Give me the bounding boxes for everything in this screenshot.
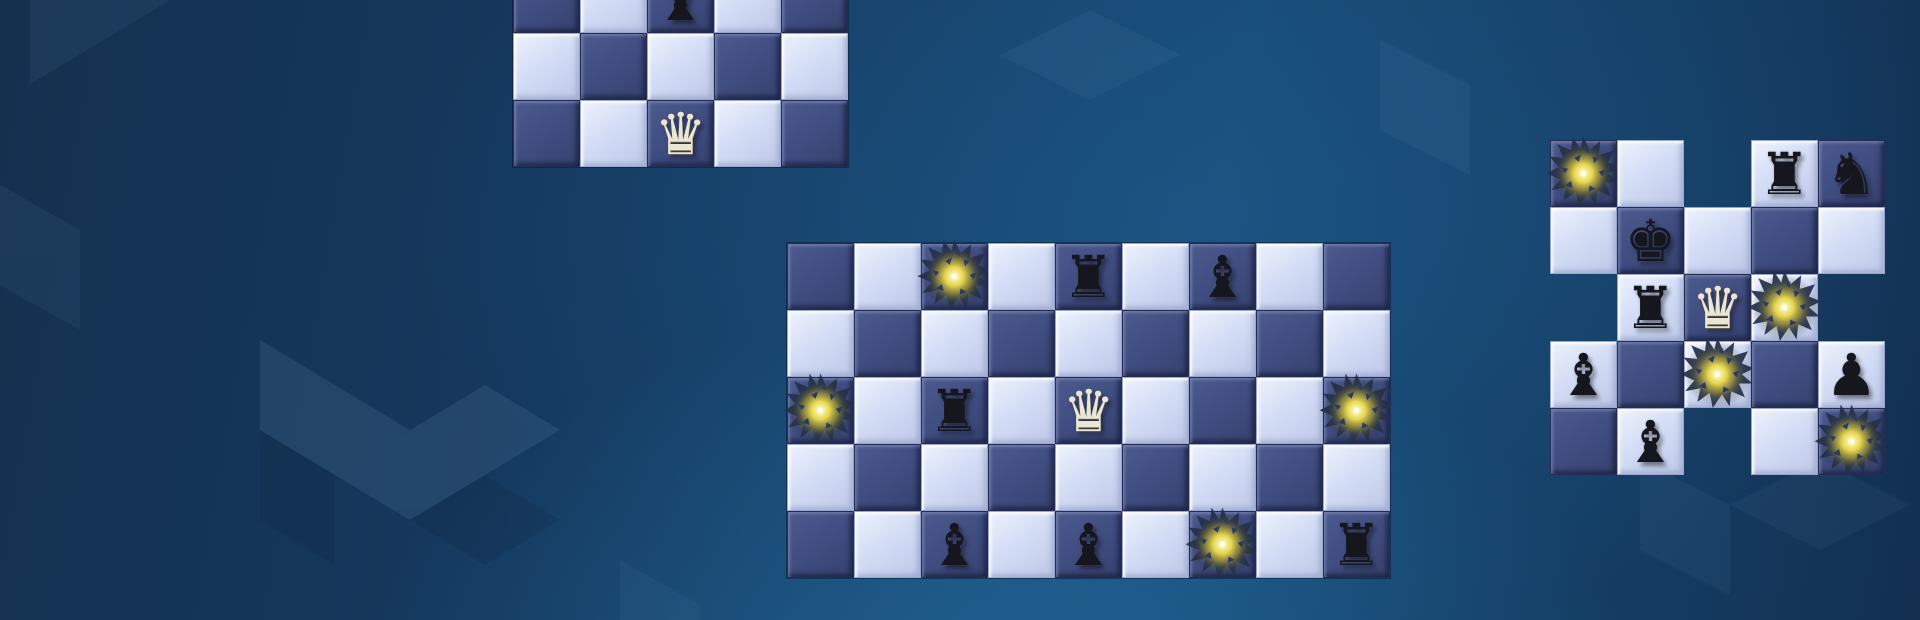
board-center-cell-r0c8[interactable] [1323, 243, 1390, 310]
explosion-icon [1545, 135, 1622, 212]
board-center-cell-r1c0[interactable] [787, 310, 854, 377]
black-bishop[interactable]: ♝ [922, 512, 987, 577]
board-center-cell-r4c7[interactable] [1256, 511, 1323, 578]
board-top-cell-r2c2[interactable]: ♛ [647, 100, 714, 167]
board-center-cell-r0c1[interactable] [854, 243, 921, 310]
board-center-cell-r3c8[interactable] [1323, 444, 1390, 511]
board-top-cell-r2c1[interactable] [580, 100, 647, 167]
board-top-cell-r0c3[interactable] [714, 0, 781, 33]
board-center-cell-r2c7[interactable] [1256, 377, 1323, 444]
board-top-cell-r0c0[interactable] [513, 0, 580, 33]
black-king[interactable]: ♚ [1618, 208, 1683, 273]
board-right-cell-r1c0[interactable] [1550, 207, 1617, 274]
board-center-cell-r2c8[interactable] [1323, 377, 1390, 444]
explosion-icon [916, 238, 993, 315]
board-center-cell-r3c6[interactable] [1189, 444, 1256, 511]
board-top-cell-r0c1[interactable] [580, 0, 647, 33]
board-center-cell-r0c3[interactable] [988, 243, 1055, 310]
board-top-cell-r1c2[interactable] [647, 33, 714, 100]
board-top-cell-r2c3[interactable] [714, 100, 781, 167]
board-right-cell-r0c1[interactable] [1617, 140, 1684, 207]
board-right-cell-r2c2[interactable]: ♛ [1684, 274, 1751, 341]
board-center-cell-r1c3[interactable] [988, 310, 1055, 377]
explosion-icon [1746, 269, 1823, 346]
black-bishop[interactable]: ♝ [1618, 409, 1683, 474]
board-center-cell-r1c8[interactable] [1323, 310, 1390, 377]
board-center-cell-r3c1[interactable] [854, 444, 921, 511]
board-center-cell-r1c1[interactable] [854, 310, 921, 377]
board-center-cell-r1c6[interactable] [1189, 310, 1256, 377]
board-center-cell-r3c4[interactable] [1055, 444, 1122, 511]
board-top: ♝♛ [513, 0, 848, 167]
board-center-cell-r4c0[interactable] [787, 511, 854, 578]
board-center-cell-r0c4[interactable]: ♜ [1055, 243, 1122, 310]
board-right-cell-r4c1[interactable]: ♝ [1617, 408, 1684, 475]
board-center-cell-r2c1[interactable] [854, 377, 921, 444]
black-rook[interactable]: ♜ [1752, 141, 1817, 206]
explosion-icon [1318, 372, 1395, 449]
board-top-cell-r0c2[interactable]: ♝ [647, 0, 714, 33]
board-right-cell-r2c1[interactable]: ♜ [1617, 274, 1684, 341]
board-right-cell-r2c0 [1550, 274, 1617, 341]
board-right-cell-r3c0[interactable]: ♝ [1550, 341, 1617, 408]
black-knight[interactable]: ♞ [1819, 141, 1884, 206]
board-right-cell-r0c0[interactable] [1550, 140, 1617, 207]
board-center-cell-r3c2[interactable] [921, 444, 988, 511]
board-right-cell-r2c4 [1818, 274, 1885, 341]
board-center-cell-r2c3[interactable] [988, 377, 1055, 444]
board-right-cell-r1c3[interactable] [1751, 207, 1818, 274]
board-right-cell-r1c4[interactable] [1818, 207, 1885, 274]
board-right-cell-r0c2 [1684, 140, 1751, 207]
black-bishop[interactable]: ♝ [1190, 244, 1255, 309]
white-queen[interactable]: ♛ [648, 101, 713, 166]
black-rook[interactable]: ♜ [1056, 244, 1121, 309]
board-center-cell-r0c0[interactable] [787, 243, 854, 310]
board-right-cell-r4c3[interactable] [1751, 408, 1818, 475]
black-rook[interactable]: ♜ [1618, 275, 1683, 340]
board-center-cell-r4c6[interactable] [1189, 511, 1256, 578]
board-center-cell-r1c7[interactable] [1256, 310, 1323, 377]
board-right-cell-r0c4[interactable]: ♞ [1818, 140, 1885, 207]
board-top-cell-r1c3[interactable] [714, 33, 781, 100]
explosion-icon [1679, 336, 1756, 413]
explosion-icon [782, 372, 859, 449]
board-center-cell-r3c3[interactable] [988, 444, 1055, 511]
board-center-cell-r1c4[interactable] [1055, 310, 1122, 377]
board-center-cell-r2c2[interactable]: ♜ [921, 377, 988, 444]
black-bishop[interactable]: ♝ [648, 0, 713, 32]
black-rook[interactable]: ♜ [922, 378, 987, 443]
game-area: ♝♛♜♝♜♛♝♝♜♜♞♚♜♛♝♟♝ [0, 0, 1920, 620]
white-queen[interactable]: ♛ [1685, 275, 1750, 340]
board-center-cell-r4c8[interactable]: ♜ [1323, 511, 1390, 578]
board-right-cell-r3c4[interactable]: ♟ [1818, 341, 1885, 408]
board-center-cell-r2c0[interactable] [787, 377, 854, 444]
board-top-cell-r2c0[interactable] [513, 100, 580, 167]
board-center: ♜♝♜♛♝♝♜ [787, 243, 1390, 578]
board-right-cell-r4c2 [1684, 408, 1751, 475]
board-center-cell-r1c2[interactable] [921, 310, 988, 377]
board-center-cell-r3c5[interactable] [1122, 444, 1189, 511]
black-rook[interactable]: ♜ [1324, 512, 1389, 577]
board-right-cell-r1c1[interactable]: ♚ [1617, 207, 1684, 274]
black-bishop[interactable]: ♝ [1056, 512, 1121, 577]
board-center-cell-r0c6[interactable]: ♝ [1189, 243, 1256, 310]
board-center-cell-r0c2[interactable] [921, 243, 988, 310]
board-center-cell-r4c1[interactable] [854, 511, 921, 578]
board-top-cell-r1c1[interactable] [580, 33, 647, 100]
board-center-cell-r2c4[interactable]: ♛ [1055, 377, 1122, 444]
board-center-cell-r4c3[interactable] [988, 511, 1055, 578]
board-right-cell-r1c2[interactable] [1684, 207, 1751, 274]
board-center-cell-r0c5[interactable] [1122, 243, 1189, 310]
board-right-cell-r3c3[interactable] [1751, 341, 1818, 408]
explosion-icon [1184, 506, 1261, 583]
board-center-cell-r3c0[interactable] [787, 444, 854, 511]
board-center-cell-r4c2[interactable]: ♝ [921, 511, 988, 578]
black-bishop[interactable]: ♝ [1551, 342, 1616, 407]
board-top-cell-r1c0[interactable] [513, 33, 580, 100]
board-right-cell-r2c3[interactable] [1751, 274, 1818, 341]
board-top-cell-r1c4[interactable] [781, 33, 848, 100]
board-right-cell-r4c0[interactable] [1550, 408, 1617, 475]
board-center-cell-r1c5[interactable] [1122, 310, 1189, 377]
board-top-cell-r0c4[interactable] [781, 0, 848, 33]
board-center-cell-r2c5[interactable] [1122, 377, 1189, 444]
board-right-cell-r3c2[interactable] [1684, 341, 1751, 408]
board-top-cell-r2c4[interactable] [781, 100, 848, 167]
board-center-cell-r0c7[interactable] [1256, 243, 1323, 310]
board-center-cell-r4c5[interactable] [1122, 511, 1189, 578]
white-queen[interactable]: ♛ [1056, 378, 1121, 443]
explosion-icon [1813, 403, 1890, 480]
board-center-cell-r2c6[interactable] [1189, 377, 1256, 444]
board-right-cell-r0c3[interactable]: ♜ [1751, 140, 1818, 207]
board-center-cell-r3c7[interactable] [1256, 444, 1323, 511]
board-right: ♜♞♚♜♛♝♟♝ [1550, 140, 1885, 475]
board-right-cell-r4c4[interactable] [1818, 408, 1885, 475]
black-pawn[interactable]: ♟ [1819, 342, 1884, 407]
board-center-cell-r4c4[interactable]: ♝ [1055, 511, 1122, 578]
board-right-cell-r3c1[interactable] [1617, 341, 1684, 408]
